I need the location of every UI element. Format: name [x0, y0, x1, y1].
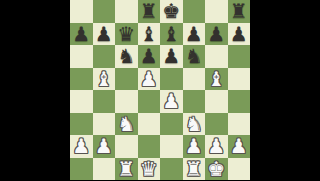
square-a3[interactable] [70, 113, 93, 136]
square-f1[interactable]: ♜ [183, 158, 206, 181]
square-c2[interactable] [115, 135, 138, 158]
square-f3[interactable]: ♞ [183, 113, 206, 136]
square-c1[interactable]: ♜ [115, 158, 138, 181]
square-d4[interactable] [138, 90, 161, 113]
square-h6[interactable] [228, 45, 251, 68]
square-e3[interactable] [160, 113, 183, 136]
piece-black-rook[interactable]: ♜ [228, 0, 251, 23]
letterbox-left [0, 0, 70, 180]
game-screen: ♜♚♜♟♟♛♝♝♟♟♟♞♟♟♞♝♟♝♟♞♞♟♟♟♟♟♜♛♜♚ [0, 0, 320, 180]
square-g4[interactable] [205, 90, 228, 113]
piece-black-knight[interactable]: ♞ [183, 45, 206, 68]
piece-white-rook[interactable]: ♜ [115, 158, 138, 181]
square-h7[interactable]: ♟ [228, 23, 251, 46]
square-h1[interactable] [228, 158, 251, 181]
square-g1[interactable]: ♚ [205, 158, 228, 181]
square-c8[interactable] [115, 0, 138, 23]
piece-white-knight[interactable]: ♞ [183, 113, 206, 136]
square-g8[interactable] [205, 0, 228, 23]
square-e2[interactable] [160, 135, 183, 158]
piece-black-rook[interactable]: ♜ [138, 0, 161, 23]
square-e1[interactable] [160, 158, 183, 181]
square-b1[interactable] [93, 158, 116, 181]
square-b7[interactable]: ♟ [93, 23, 116, 46]
square-c6[interactable]: ♞ [115, 45, 138, 68]
piece-black-king[interactable]: ♚ [160, 0, 183, 23]
piece-white-bishop[interactable]: ♝ [205, 68, 228, 91]
square-d7[interactable]: ♝ [138, 23, 161, 46]
square-d3[interactable] [138, 113, 161, 136]
square-f7[interactable]: ♟ [183, 23, 206, 46]
piece-black-bishop[interactable]: ♝ [138, 23, 161, 46]
square-d6[interactable]: ♟ [138, 45, 161, 68]
square-a2[interactable]: ♟ [70, 135, 93, 158]
square-e5[interactable] [160, 68, 183, 91]
piece-black-queen[interactable]: ♛ [115, 23, 138, 46]
piece-black-pawn[interactable]: ♟ [93, 23, 116, 46]
square-b6[interactable] [93, 45, 116, 68]
square-c4[interactable] [115, 90, 138, 113]
square-a5[interactable] [70, 68, 93, 91]
piece-white-queen[interactable]: ♛ [138, 158, 161, 181]
square-d8[interactable]: ♜ [138, 0, 161, 23]
piece-black-pawn[interactable]: ♟ [138, 45, 161, 68]
square-g5[interactable]: ♝ [205, 68, 228, 91]
square-h4[interactable] [228, 90, 251, 113]
square-h5[interactable] [228, 68, 251, 91]
square-a4[interactable] [70, 90, 93, 113]
square-h3[interactable] [228, 113, 251, 136]
square-e7[interactable]: ♝ [160, 23, 183, 46]
square-c7[interactable]: ♛ [115, 23, 138, 46]
piece-white-knight[interactable]: ♞ [115, 113, 138, 136]
square-b2[interactable]: ♟ [93, 135, 116, 158]
square-f4[interactable] [183, 90, 206, 113]
square-g7[interactable]: ♟ [205, 23, 228, 46]
piece-white-pawn[interactable]: ♟ [93, 135, 116, 158]
square-d5[interactable]: ♟ [138, 68, 161, 91]
piece-white-pawn[interactable]: ♟ [70, 135, 93, 158]
piece-black-pawn[interactable]: ♟ [205, 23, 228, 46]
square-b8[interactable] [93, 0, 116, 23]
piece-white-pawn[interactable]: ♟ [205, 135, 228, 158]
piece-black-knight[interactable]: ♞ [115, 45, 138, 68]
piece-black-pawn[interactable]: ♟ [183, 23, 206, 46]
square-h2[interactable]: ♟ [228, 135, 251, 158]
square-g3[interactable] [205, 113, 228, 136]
square-c5[interactable] [115, 68, 138, 91]
piece-black-pawn[interactable]: ♟ [160, 45, 183, 68]
square-d1[interactable]: ♛ [138, 158, 161, 181]
square-b4[interactable] [93, 90, 116, 113]
square-a1[interactable] [70, 158, 93, 181]
piece-white-bishop[interactable]: ♝ [93, 68, 116, 91]
piece-white-pawn[interactable]: ♟ [160, 90, 183, 113]
piece-white-rook[interactable]: ♜ [183, 158, 206, 181]
piece-white-pawn[interactable]: ♟ [183, 135, 206, 158]
chess-board: ♜♚♜♟♟♛♝♝♟♟♟♞♟♟♞♝♟♝♟♞♞♟♟♟♟♟♜♛♜♚ [70, 0, 250, 180]
piece-black-bishop[interactable]: ♝ [160, 23, 183, 46]
square-e8[interactable]: ♚ [160, 0, 183, 23]
piece-white-pawn[interactable]: ♟ [228, 135, 251, 158]
square-c3[interactable]: ♞ [115, 113, 138, 136]
square-f2[interactable]: ♟ [183, 135, 206, 158]
square-b3[interactable] [93, 113, 116, 136]
square-a7[interactable]: ♟ [70, 23, 93, 46]
square-g6[interactable] [205, 45, 228, 68]
square-e6[interactable]: ♟ [160, 45, 183, 68]
square-f5[interactable] [183, 68, 206, 91]
square-b5[interactable]: ♝ [93, 68, 116, 91]
piece-white-pawn[interactable]: ♟ [138, 68, 161, 91]
letterbox-right [250, 0, 320, 180]
square-d2[interactable] [138, 135, 161, 158]
piece-white-king[interactable]: ♚ [205, 158, 228, 181]
square-g2[interactable]: ♟ [205, 135, 228, 158]
square-e4[interactable]: ♟ [160, 90, 183, 113]
square-a8[interactable] [70, 0, 93, 23]
piece-black-pawn[interactable]: ♟ [70, 23, 93, 46]
square-f8[interactable] [183, 0, 206, 23]
square-a6[interactable] [70, 45, 93, 68]
square-f6[interactable]: ♞ [183, 45, 206, 68]
square-h8[interactable]: ♜ [228, 0, 251, 23]
piece-black-pawn[interactable]: ♟ [228, 23, 251, 46]
